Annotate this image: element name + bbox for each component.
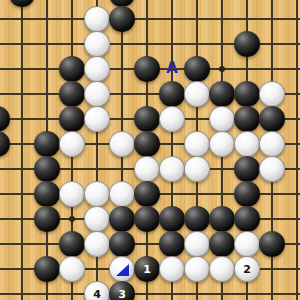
white-stone[interactable] [109, 256, 135, 282]
black-stone[interactable] [109, 231, 135, 257]
black-stone[interactable] [134, 106, 160, 132]
white-stone[interactable] [84, 231, 110, 257]
black-stone[interactable]: 1 [134, 256, 160, 282]
white-stone[interactable] [184, 256, 210, 282]
white-stone[interactable] [209, 131, 235, 157]
black-stone[interactable] [9, 0, 35, 7]
black-stone[interactable] [234, 206, 260, 232]
move-number: 1 [143, 264, 151, 275]
star-point [219, 66, 225, 72]
white-stone[interactable] [84, 206, 110, 232]
go-board[interactable]: A 1243 [0, 0, 300, 300]
black-stone[interactable] [59, 106, 85, 132]
black-stone[interactable] [59, 56, 85, 82]
black-stone[interactable] [259, 106, 285, 132]
black-stone[interactable] [184, 56, 210, 82]
white-stone[interactable] [84, 106, 110, 132]
black-stone[interactable] [34, 181, 60, 207]
black-stone[interactable] [109, 6, 135, 32]
black-stone[interactable] [134, 206, 160, 232]
white-stone[interactable] [259, 156, 285, 182]
black-stone[interactable] [234, 106, 260, 132]
white-stone[interactable] [59, 181, 85, 207]
move-number: 3 [118, 289, 126, 300]
black-stone[interactable] [234, 156, 260, 182]
white-stone[interactable] [209, 256, 235, 282]
white-stone[interactable] [184, 231, 210, 257]
black-stone[interactable]: 3 [109, 281, 135, 300]
white-stone[interactable] [109, 131, 135, 157]
star-point [69, 216, 75, 222]
white-stone[interactable] [259, 131, 285, 157]
grid-line-vertical [21, 0, 23, 300]
black-stone[interactable] [34, 206, 60, 232]
black-stone[interactable] [34, 131, 60, 157]
black-stone[interactable] [34, 156, 60, 182]
white-stone[interactable] [84, 6, 110, 32]
move-number: 2 [243, 264, 251, 275]
white-stone[interactable] [184, 131, 210, 157]
black-stone[interactable] [134, 56, 160, 82]
black-stone[interactable] [234, 181, 260, 207]
white-stone[interactable]: 4 [84, 281, 110, 300]
white-stone[interactable] [84, 31, 110, 57]
white-stone[interactable] [84, 56, 110, 82]
black-stone[interactable] [34, 256, 60, 282]
white-stone[interactable] [234, 231, 260, 257]
white-stone[interactable] [59, 131, 85, 157]
black-stone[interactable] [159, 206, 185, 232]
black-stone[interactable] [159, 81, 185, 107]
white-stone[interactable] [234, 131, 260, 157]
black-stone[interactable] [134, 131, 160, 157]
black-stone[interactable] [234, 81, 260, 107]
white-stone[interactable]: 2 [234, 256, 260, 282]
black-stone[interactable] [234, 31, 260, 57]
triangle-marker [116, 264, 129, 276]
white-stone[interactable] [184, 81, 210, 107]
white-stone[interactable] [259, 81, 285, 107]
white-stone[interactable] [84, 181, 110, 207]
white-stone[interactable] [209, 106, 235, 132]
white-stone[interactable] [134, 156, 160, 182]
white-stone[interactable] [184, 156, 210, 182]
black-stone[interactable] [59, 81, 85, 107]
white-stone[interactable] [159, 256, 185, 282]
white-stone[interactable] [159, 156, 185, 182]
grid-line-horizontal [0, 18, 300, 20]
grid-line-vertical [296, 0, 298, 300]
black-stone[interactable] [159, 231, 185, 257]
black-stone[interactable] [259, 231, 285, 257]
black-stone[interactable] [59, 231, 85, 257]
grid-line-horizontal [0, 293, 300, 295]
black-stone[interactable] [109, 206, 135, 232]
white-stone[interactable] [84, 81, 110, 107]
white-stone[interactable] [159, 106, 185, 132]
black-stone[interactable] [0, 106, 10, 132]
black-stone[interactable] [209, 231, 235, 257]
black-stone[interactable] [134, 181, 160, 207]
black-stone[interactable] [184, 206, 210, 232]
white-stone[interactable] [109, 181, 135, 207]
black-stone[interactable] [0, 131, 10, 157]
move-number: 4 [93, 289, 101, 300]
black-stone[interactable] [209, 206, 235, 232]
white-stone[interactable] [59, 256, 85, 282]
black-stone[interactable] [209, 81, 235, 107]
